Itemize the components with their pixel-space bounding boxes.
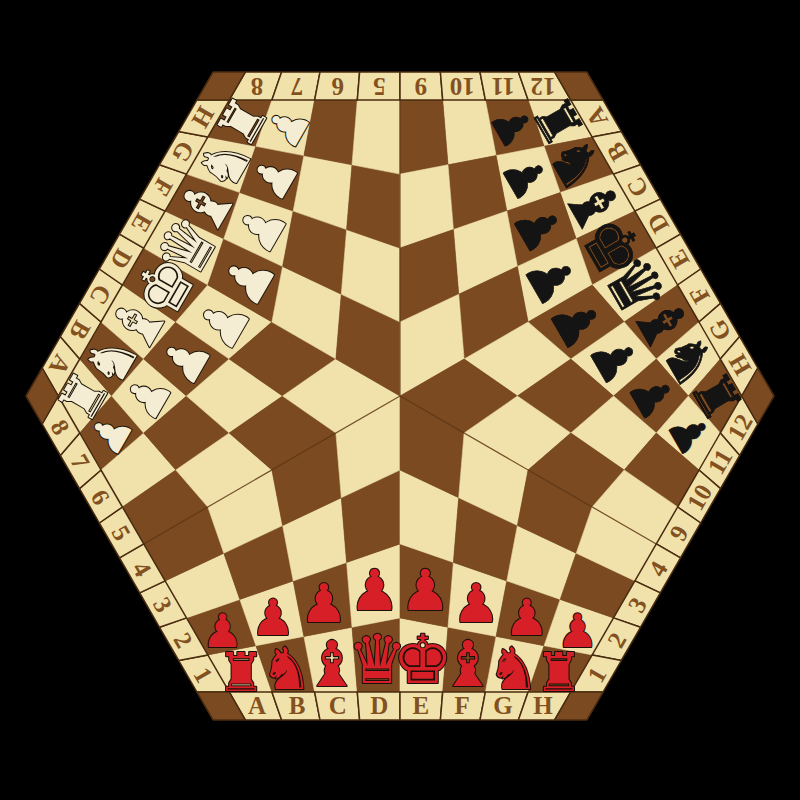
piece-red-P-d2: ♟: [349, 557, 400, 623]
screenshot-root: ABCDEFGH12345678ABCDEFGH87659101112ABCDE…: [0, 0, 800, 800]
cell-white-h4: [352, 100, 400, 174]
piece-red-P-g2: ♟: [504, 589, 549, 647]
piece-red-P-h2: ♟: [557, 604, 598, 658]
edge-label-top_left_to_right-5: 5: [373, 73, 386, 100]
cell-black-a4: [400, 100, 448, 174]
edge-label-top_left_to_right-9: 9: [415, 73, 428, 100]
edge-label-top_left_to_right-11: 11: [491, 73, 515, 100]
piece-red-P-e2: ♟: [400, 557, 451, 623]
edge-label-top_left_to_right-6: 6: [332, 73, 345, 100]
three-player-chess-board: ABCDEFGH12345678ABCDEFGH87659101112ABCDE…: [0, 0, 800, 800]
piece-red-P-b2: ♟: [251, 589, 296, 647]
edge-label-top_left_to_right-10: 10: [450, 73, 475, 100]
piece-red-P-a2: ♟: [202, 604, 243, 658]
edge-label-top_left_to_right-7: 7: [291, 73, 304, 100]
piece-red-P-f2: ♟: [452, 572, 500, 635]
edge-label-top_left_to_right-8: 8: [251, 73, 264, 100]
edge-label-top_left_to_right-12: 12: [531, 73, 556, 100]
piece-red-P-c2: ♟: [300, 572, 348, 635]
